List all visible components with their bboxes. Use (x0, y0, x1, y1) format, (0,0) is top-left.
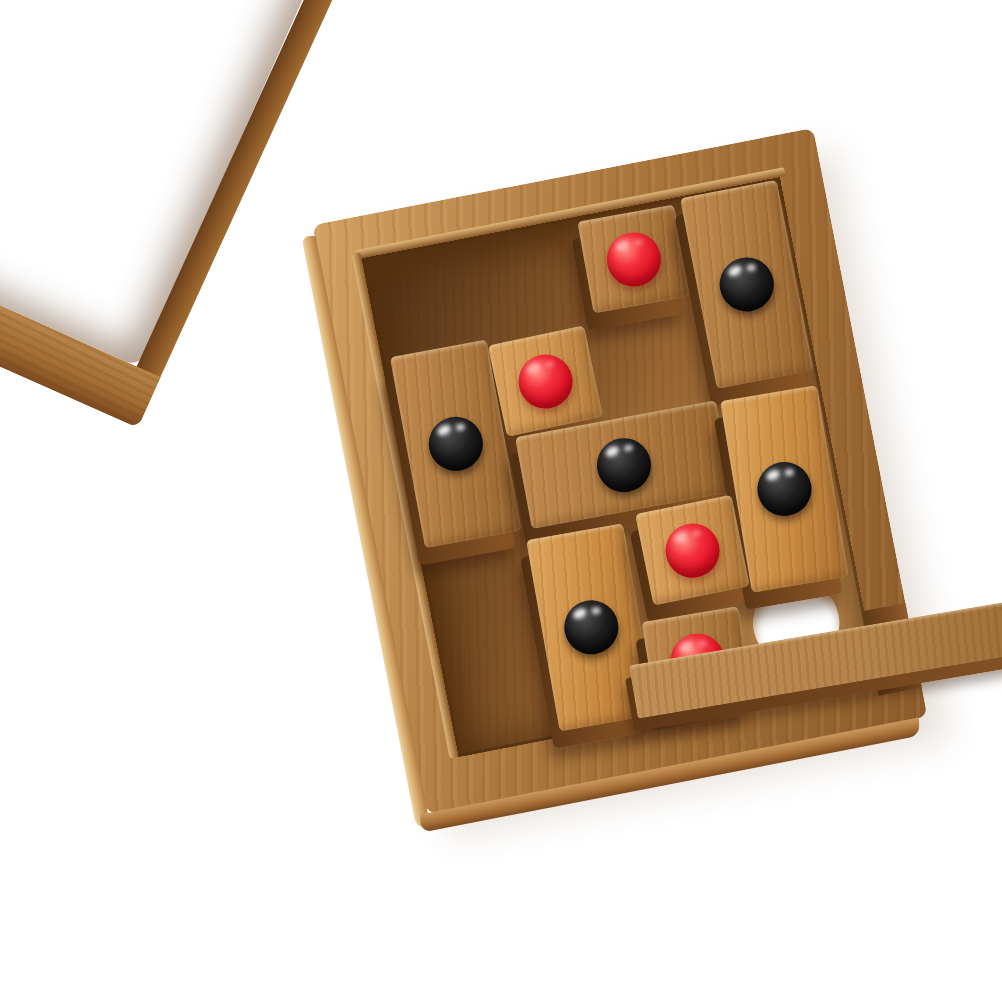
block-top-face (488, 325, 603, 436)
piece-R1-red-dot-block[interactable] (577, 205, 690, 314)
photo-stage (0, 0, 1002, 1002)
block-top-face (577, 205, 690, 314)
red-dot (602, 228, 665, 291)
black-dot (560, 596, 623, 659)
black-dot (715, 253, 778, 316)
piece-R3-red-dot-block[interactable] (635, 495, 750, 606)
piece-R2-red-dot-block[interactable] (488, 325, 603, 436)
block-top-face (680, 180, 813, 389)
black-dot (753, 458, 815, 520)
black-dot (592, 433, 655, 496)
piece-V1-black-dot-block[interactable] (680, 180, 813, 389)
red-dot (513, 349, 577, 413)
block-top-face (635, 495, 750, 606)
red-dot (661, 518, 725, 582)
puzzle-tray (312, 128, 927, 814)
box-lid (0, 0, 367, 367)
black-dot (424, 412, 487, 475)
